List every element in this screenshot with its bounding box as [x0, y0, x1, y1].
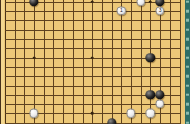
coord-tick: [186, 1, 188, 4]
grid-hline: [5, 123, 181, 124]
grid-vline: [141, 0, 142, 124]
grid-vline: [102, 0, 103, 124]
hoshi-K4: [91, 112, 94, 115]
coord-tick: [186, 103, 188, 106]
grid-hline: [5, 39, 181, 40]
coord-tick: [186, 94, 188, 97]
grid-hline: [5, 20, 181, 21]
grid-hline: [5, 76, 181, 77]
grid-vline: [170, 0, 171, 124]
coord-tick: [186, 112, 188, 115]
white-stone-D4[interactable]: [29, 109, 38, 118]
black-stone-Q10[interactable]: [146, 53, 155, 62]
coord-tick: [186, 47, 188, 50]
coord-tick: [186, 28, 188, 31]
coord-tick: [186, 121, 188, 124]
white-stone-O4[interactable]: [126, 109, 135, 118]
coordinate-strip: [185, 0, 190, 124]
hoshi-K16: [91, 1, 94, 4]
grid-vline: [92, 0, 93, 124]
coord-tick: [186, 66, 188, 69]
grid-vline: [83, 0, 84, 124]
black-stone-M3[interactable]: [107, 118, 116, 124]
grid-vline: [112, 0, 113, 124]
white-stone-P16[interactable]: [136, 0, 145, 6]
grid-vline: [15, 0, 16, 124]
hoshi-K10: [91, 56, 94, 59]
coord-tick: [186, 10, 188, 13]
coord-tick: [186, 38, 188, 41]
grid-vline: [150, 0, 151, 124]
hoshi-D10: [33, 56, 36, 59]
hoshi-Q16: [149, 1, 152, 4]
grid-hline: [5, 30, 181, 31]
board-right-edge: [0, 0, 1, 124]
move-number-label: 3: [159, 9, 162, 14]
grid-vline: [34, 0, 35, 124]
go-app-window: 13: [0, 0, 190, 124]
black-stone-R6[interactable]: [155, 90, 164, 99]
grid-hline: [5, 104, 181, 105]
grid-vline: [53, 0, 54, 124]
black-stone-Q6[interactable]: [146, 90, 155, 99]
coord-tick: [186, 84, 188, 87]
coord-tick: [186, 56, 188, 59]
white-stone-R5[interactable]: [155, 99, 164, 108]
coord-tick: [186, 19, 188, 22]
grid-hline: [5, 86, 181, 87]
white-stone-R15[interactable]: 3: [155, 6, 164, 15]
grid-vline: [121, 0, 122, 124]
grid-vline: [73, 0, 74, 124]
go-board[interactable]: 13: [0, 0, 185, 124]
grid-vline: [44, 0, 45, 124]
grid-vline: [180, 0, 181, 124]
move-number-label: 1: [120, 9, 123, 14]
grid-vline: [131, 0, 132, 124]
white-stone-Q4[interactable]: [146, 109, 155, 118]
white-stone-N15[interactable]: 1: [117, 6, 126, 15]
grid-vline: [24, 0, 25, 124]
grid-hline: [5, 67, 181, 68]
grid-vline: [63, 0, 64, 124]
black-stone-D16[interactable]: [29, 0, 38, 6]
coord-tick: [186, 75, 188, 78]
grid-hline: [5, 48, 181, 49]
grid-vline: [5, 0, 7, 124]
grid-hline: [5, 11, 181, 12]
